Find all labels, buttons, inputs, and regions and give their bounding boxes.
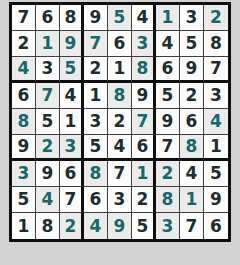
cell-r2c9[interactable]: 8	[204, 31, 228, 57]
cell-r9c3[interactable]: 2	[60, 213, 84, 239]
cell-r1c8[interactable]: 3	[180, 5, 204, 31]
cell-r4c5[interactable]: 8	[108, 83, 132, 109]
cell-r7c8[interactable]: 4	[180, 161, 204, 187]
cell-r9c7[interactable]: 3	[156, 213, 180, 239]
cell-r3c4[interactable]: 2	[84, 57, 108, 83]
cell-r4c3[interactable]: 4	[60, 83, 84, 109]
cell-r9c4[interactable]: 4	[84, 213, 108, 239]
cell-r3c2[interactable]: 3	[36, 57, 60, 83]
cell-r4c9[interactable]: 3	[204, 83, 228, 109]
cell-r3c6[interactable]: 8	[132, 57, 156, 83]
cell-r8c1[interactable]: 5	[12, 187, 36, 213]
cell-r5c6[interactable]: 7	[132, 109, 156, 135]
cell-r6c1[interactable]: 9	[12, 135, 36, 161]
cell-r5c3[interactable]: 1	[60, 109, 84, 135]
cell-r3c7[interactable]: 6	[156, 57, 180, 83]
cell-r8c8[interactable]: 1	[180, 187, 204, 213]
cell-r1c6[interactable]: 4	[132, 5, 156, 31]
cell-r7c1[interactable]: 3	[12, 161, 36, 187]
cell-r1c9[interactable]: 2	[204, 5, 228, 31]
cell-r2c1[interactable]: 2	[12, 31, 36, 57]
cell-r3c5[interactable]: 1	[108, 57, 132, 83]
cell-r1c3[interactable]: 8	[60, 5, 84, 31]
cell-r9c2[interactable]: 8	[36, 213, 60, 239]
cell-r7c3[interactable]: 6	[60, 161, 84, 187]
cell-r4c8[interactable]: 2	[180, 83, 204, 109]
cell-r5c9[interactable]: 4	[204, 109, 228, 135]
cell-r3c1[interactable]: 4	[12, 57, 36, 83]
cell-r2c5[interactable]: 6	[108, 31, 132, 57]
cell-r7c4[interactable]: 8	[84, 161, 108, 187]
cell-r1c5[interactable]: 5	[108, 5, 132, 31]
cell-r4c6[interactable]: 9	[132, 83, 156, 109]
cell-r6c5[interactable]: 4	[108, 135, 132, 161]
cell-r7c2[interactable]: 9	[36, 161, 60, 187]
cell-r6c9[interactable]: 1	[204, 135, 228, 161]
cell-r6c4[interactable]: 5	[84, 135, 108, 161]
cell-r4c7[interactable]: 5	[156, 83, 180, 109]
cell-r6c3[interactable]: 3	[60, 135, 84, 161]
cell-r8c5[interactable]: 3	[108, 187, 132, 213]
cell-r5c4[interactable]: 3	[84, 109, 108, 135]
cell-r4c1[interactable]: 6	[12, 83, 36, 109]
cell-r8c7[interactable]: 8	[156, 187, 180, 213]
cell-r8c9[interactable]: 9	[204, 187, 228, 213]
cell-r5c2[interactable]: 5	[36, 109, 60, 135]
cell-r6c7[interactable]: 7	[156, 135, 180, 161]
cell-r9c6[interactable]: 5	[132, 213, 156, 239]
cell-r2c2[interactable]: 1	[36, 31, 60, 57]
cell-r8c6[interactable]: 2	[132, 187, 156, 213]
cell-r6c2[interactable]: 2	[36, 135, 60, 161]
cell-r1c2[interactable]: 6	[36, 5, 60, 31]
cell-r4c4[interactable]: 1	[84, 83, 108, 109]
cell-r9c5[interactable]: 9	[108, 213, 132, 239]
sudoku-screen: 7689541322197634584352186976741895238513…	[0, 0, 240, 265]
cell-r3c3[interactable]: 5	[60, 57, 84, 83]
cell-r4c2[interactable]: 7	[36, 83, 60, 109]
cell-r9c9[interactable]: 6	[204, 213, 228, 239]
cell-r7c5[interactable]: 7	[108, 161, 132, 187]
cell-r5c8[interactable]: 6	[180, 109, 204, 135]
cell-r1c1[interactable]: 7	[12, 5, 36, 31]
cell-r1c7[interactable]: 1	[156, 5, 180, 31]
cell-r1c4[interactable]: 9	[84, 5, 108, 31]
cell-r2c8[interactable]: 5	[180, 31, 204, 57]
cell-r8c3[interactable]: 7	[60, 187, 84, 213]
cell-r7c9[interactable]: 5	[204, 161, 228, 187]
cell-r2c6[interactable]: 3	[132, 31, 156, 57]
cell-r5c7[interactable]: 9	[156, 109, 180, 135]
cell-r2c4[interactable]: 7	[84, 31, 108, 57]
sudoku-board: 7689541322197634584352186976741895238513…	[9, 2, 231, 242]
cell-r7c7[interactable]: 2	[156, 161, 180, 187]
cell-r2c7[interactable]: 4	[156, 31, 180, 57]
cell-r8c2[interactable]: 4	[36, 187, 60, 213]
cell-r7c6[interactable]: 1	[132, 161, 156, 187]
cell-r5c1[interactable]: 8	[12, 109, 36, 135]
cell-r2c3[interactable]: 9	[60, 31, 84, 57]
cell-r6c6[interactable]: 6	[132, 135, 156, 161]
cell-r3c8[interactable]: 9	[180, 57, 204, 83]
cell-r8c4[interactable]: 6	[84, 187, 108, 213]
cell-r5c5[interactable]: 2	[108, 109, 132, 135]
cell-r6c8[interactable]: 8	[180, 135, 204, 161]
cell-r3c9[interactable]: 7	[204, 57, 228, 83]
cell-r9c8[interactable]: 7	[180, 213, 204, 239]
cell-r9c1[interactable]: 1	[12, 213, 36, 239]
